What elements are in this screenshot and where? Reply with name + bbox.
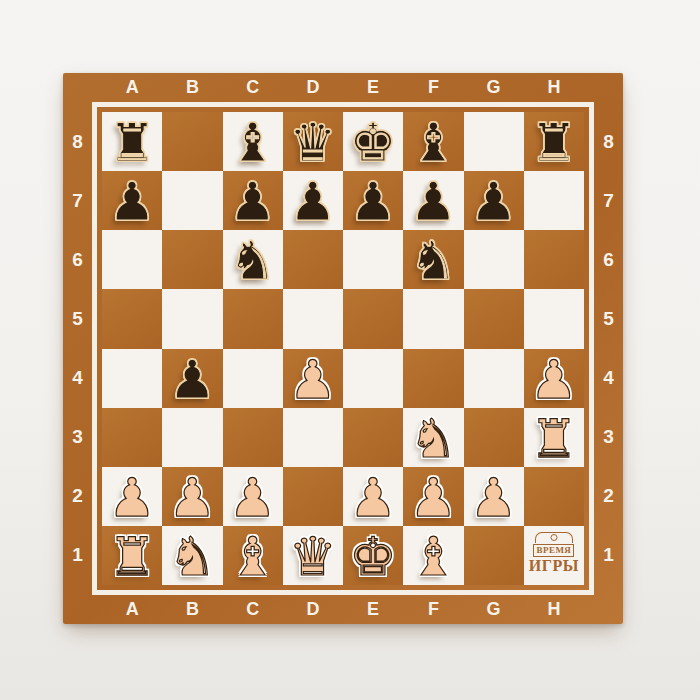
file-label-h: H — [524, 595, 584, 624]
piece-black-king-e8: ♚ — [349, 116, 397, 169]
square-f8[interactable]: ♝ — [403, 112, 463, 171]
piece-white-bishop-f1: ♝ — [410, 530, 458, 583]
piece-black-pawn-b4: ♟ — [169, 353, 217, 406]
square-d3[interactable] — [283, 408, 343, 467]
rank-label-3: 3 — [594, 408, 623, 467]
square-e8[interactable]: ♚ — [343, 112, 403, 171]
square-f5[interactable] — [403, 289, 463, 348]
photo-background: ABCDEFGH ABCDEFGH 87654321 87654321 ♜♝♛♚… — [0, 0, 700, 700]
rank-label-4: 4 — [63, 349, 92, 408]
square-c5[interactable] — [223, 289, 283, 348]
piece-black-pawn-e7: ♟ — [349, 175, 397, 228]
square-a6[interactable] — [102, 230, 162, 289]
square-d7[interactable]: ♟ — [283, 171, 343, 230]
square-f1[interactable]: ♝ — [403, 526, 463, 585]
piece-black-knight-c6: ♞ — [229, 234, 277, 287]
piece-black-pawn-d7: ♟ — [289, 175, 337, 228]
rank-label-4: 4 — [594, 349, 623, 408]
piece-black-pawn-c7: ♟ — [229, 175, 277, 228]
file-label-b: B — [162, 595, 222, 624]
piece-white-pawn-a2: ♟ — [108, 471, 156, 524]
piece-black-rook-a8: ♜ — [108, 116, 156, 169]
piece-black-knight-f6: ♞ — [410, 234, 458, 287]
logo-text-line2: ИГРЫ — [529, 557, 579, 575]
square-g7[interactable]: ♟ — [464, 171, 524, 230]
piece-white-pawn-f2: ♟ — [410, 471, 458, 524]
file-labels-top: ABCDEFGH — [102, 73, 584, 102]
piece-black-pawn-g7: ♟ — [470, 175, 518, 228]
file-label-f: F — [403, 73, 463, 102]
square-c4[interactable] — [223, 349, 283, 408]
square-h1[interactable]: ВРЕМЯ ИГРЫ — [524, 526, 584, 585]
square-h7[interactable] — [524, 171, 584, 230]
rank-label-6: 6 — [63, 230, 92, 289]
square-b2[interactable]: ♟ — [162, 467, 222, 526]
square-a4[interactable] — [102, 349, 162, 408]
square-g4[interactable] — [464, 349, 524, 408]
rank-label-1: 1 — [594, 526, 623, 585]
rank-labels-right: 87654321 — [594, 112, 623, 585]
square-e4[interactable] — [343, 349, 403, 408]
square-d6[interactable] — [283, 230, 343, 289]
piece-white-bishop-c1: ♝ — [229, 530, 277, 583]
piece-white-pawn-b2: ♟ — [169, 471, 217, 524]
square-h3[interactable]: ♜ — [524, 408, 584, 467]
square-b3[interactable] — [162, 408, 222, 467]
square-e2[interactable]: ♟ — [343, 467, 403, 526]
square-g1[interactable] — [464, 526, 524, 585]
square-g8[interactable] — [464, 112, 524, 171]
square-e5[interactable] — [343, 289, 403, 348]
file-label-g: G — [464, 73, 524, 102]
rank-label-7: 7 — [594, 171, 623, 230]
piece-white-pawn-h4: ♟ — [530, 353, 578, 406]
rank-label-2: 2 — [63, 467, 92, 526]
square-b6[interactable] — [162, 230, 222, 289]
demo-chessboard: ABCDEFGH ABCDEFGH 87654321 87654321 ♜♝♛♚… — [63, 73, 623, 624]
square-c2[interactable]: ♟ — [223, 467, 283, 526]
piece-black-bishop-f8: ♝ — [410, 116, 458, 169]
file-label-a: A — [102, 595, 162, 624]
square-b8[interactable] — [162, 112, 222, 171]
rank-label-6: 6 — [594, 230, 623, 289]
square-f2[interactable]: ♟ — [403, 467, 463, 526]
piece-black-pawn-f7: ♟ — [410, 175, 458, 228]
square-b7[interactable] — [162, 171, 222, 230]
piece-white-queen-d1: ♛ — [289, 530, 337, 583]
square-b5[interactable] — [162, 289, 222, 348]
square-g5[interactable] — [464, 289, 524, 348]
square-f3[interactable]: ♞ — [403, 408, 463, 467]
piece-white-rook-h3: ♜ — [530, 412, 578, 465]
board-grid: ♜♝♛♚♝♜♟♟♟♟♟♟♞♞♟♟♟♞♜♟♟♟♟♟♟♜♞♝♛♚♝ ВРЕМЯ ИГ… — [102, 112, 584, 585]
rank-label-1: 1 — [63, 526, 92, 585]
rank-labels-left: 87654321 — [63, 112, 92, 585]
square-b1[interactable]: ♞ — [162, 526, 222, 585]
piece-black-bishop-c8: ♝ — [229, 116, 277, 169]
file-label-d: D — [283, 73, 343, 102]
square-e6[interactable] — [343, 230, 403, 289]
square-a5[interactable] — [102, 289, 162, 348]
file-label-b: B — [162, 73, 222, 102]
square-e7[interactable]: ♟ — [343, 171, 403, 230]
file-label-a: A — [102, 73, 162, 102]
piece-white-pawn-e2: ♟ — [349, 471, 397, 524]
square-f7[interactable]: ♟ — [403, 171, 463, 230]
logo-text-line1: ВРЕМЯ — [533, 544, 574, 557]
piece-white-pawn-g2: ♟ — [470, 471, 518, 524]
piece-white-rook-a1: ♜ — [108, 530, 156, 583]
square-g6[interactable] — [464, 230, 524, 289]
file-label-c: C — [223, 595, 283, 624]
square-c8[interactable]: ♝ — [223, 112, 283, 171]
square-h8[interactable]: ♜ — [524, 112, 584, 171]
square-g3[interactable] — [464, 408, 524, 467]
rank-label-8: 8 — [63, 112, 92, 171]
file-label-e: E — [343, 595, 403, 624]
file-label-e: E — [343, 73, 403, 102]
file-labels-bottom: ABCDEFGH — [102, 595, 584, 624]
piece-white-king-e1: ♚ — [349, 530, 397, 583]
file-label-c: C — [223, 73, 283, 102]
file-label-f: F — [403, 595, 463, 624]
brand-logo: ВРЕМЯ ИГРЫ — [529, 532, 579, 576]
piece-black-pawn-a7: ♟ — [108, 175, 156, 228]
square-h6[interactable] — [524, 230, 584, 289]
piece-white-pawn-d4: ♟ — [289, 353, 337, 406]
square-e3[interactable] — [343, 408, 403, 467]
square-g2[interactable]: ♟ — [464, 467, 524, 526]
logo-clock-dot-icon — [550, 534, 557, 541]
square-h4[interactable]: ♟ — [524, 349, 584, 408]
rank-label-8: 8 — [594, 112, 623, 171]
square-e1[interactable]: ♚ — [343, 526, 403, 585]
square-c7[interactable]: ♟ — [223, 171, 283, 230]
square-c1[interactable]: ♝ — [223, 526, 283, 585]
square-a8[interactable]: ♜ — [102, 112, 162, 171]
square-f6[interactable]: ♞ — [403, 230, 463, 289]
square-h2[interactable] — [524, 467, 584, 526]
square-d8[interactable]: ♛ — [283, 112, 343, 171]
square-f4[interactable] — [403, 349, 463, 408]
square-a7[interactable]: ♟ — [102, 171, 162, 230]
rank-label-5: 5 — [594, 289, 623, 348]
square-a2[interactable]: ♟ — [102, 467, 162, 526]
square-a1[interactable]: ♜ — [102, 526, 162, 585]
rank-label-2: 2 — [594, 467, 623, 526]
piece-white-pawn-c2: ♟ — [229, 471, 277, 524]
square-d4[interactable]: ♟ — [283, 349, 343, 408]
file-label-g: G — [464, 595, 524, 624]
square-c3[interactable] — [223, 408, 283, 467]
rank-label-7: 7 — [63, 171, 92, 230]
square-d5[interactable] — [283, 289, 343, 348]
logo-clock-icon — [535, 532, 573, 543]
piece-black-rook-h8: ♜ — [530, 116, 578, 169]
file-label-h: H — [524, 73, 584, 102]
piece-black-queen-d8: ♛ — [289, 116, 337, 169]
file-label-d: D — [283, 595, 343, 624]
square-c6[interactable]: ♞ — [223, 230, 283, 289]
piece-white-knight-f3: ♞ — [410, 412, 458, 465]
square-b4[interactable]: ♟ — [162, 349, 222, 408]
square-d2[interactable] — [283, 467, 343, 526]
square-d1[interactable]: ♛ — [283, 526, 343, 585]
rank-label-5: 5 — [63, 289, 92, 348]
square-h5[interactable] — [524, 289, 584, 348]
piece-white-knight-b1: ♞ — [169, 530, 217, 583]
rank-label-3: 3 — [63, 408, 92, 467]
square-a3[interactable] — [102, 408, 162, 467]
